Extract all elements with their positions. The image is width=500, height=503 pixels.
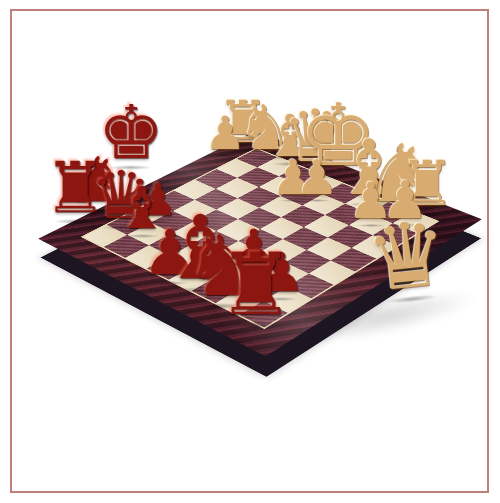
chess-scene: ♚♜♞♛♝♟♟♝♞♟♜♟♟♜♞♝♛♚♟♟♝♞♜♟♟♛ — [0, 0, 500, 503]
product-photo: ♚♜♞♛♝♟♟♝♞♟♜♟♟♜♞♝♛♚♟♟♝♞♜♟♟♛ — [0, 0, 500, 503]
piece-red-king-e8: ♚ — [98, 95, 164, 169]
